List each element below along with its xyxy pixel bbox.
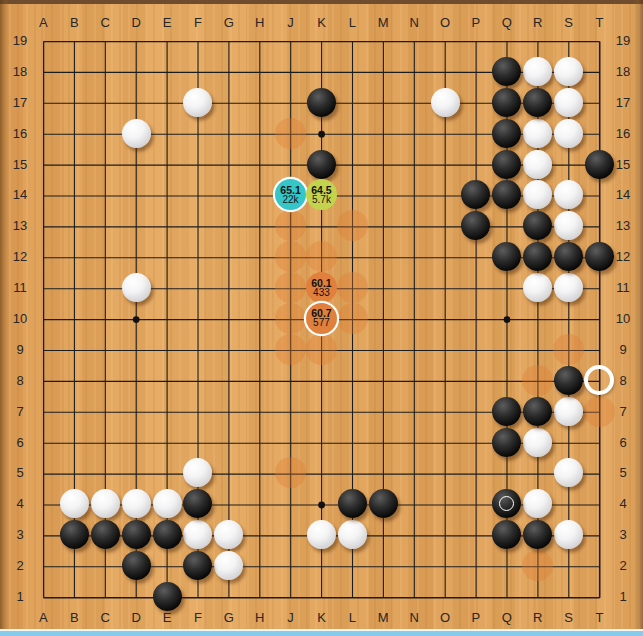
black-stone-glyph <box>492 242 521 271</box>
white-stone-glyph <box>91 489 120 518</box>
white-stone-glyph <box>523 489 552 518</box>
heatmap-circle <box>275 210 306 241</box>
white-stone-glyph <box>554 57 583 86</box>
heatmap-circle <box>275 303 306 334</box>
white-stone-glyph <box>153 489 182 518</box>
black-stone-glyph <box>523 520 552 549</box>
white-stone[interactable] <box>553 56 584 87</box>
heatmap-point[interactable] <box>306 241 337 272</box>
white-stone-glyph <box>183 458 212 487</box>
white-stone-glyph <box>523 57 552 86</box>
white-stone[interactable] <box>553 87 584 118</box>
black-stone[interactable] <box>584 149 615 180</box>
white-stone-glyph <box>338 520 367 549</box>
black-stone[interactable] <box>460 210 491 241</box>
black-stone[interactable] <box>491 427 522 458</box>
black-stone[interactable] <box>491 87 522 118</box>
black-stone-glyph <box>554 242 583 271</box>
bottom-panel-edge <box>0 631 643 636</box>
black-stone[interactable] <box>491 519 522 550</box>
black-stone[interactable] <box>491 56 522 87</box>
white-stone[interactable] <box>182 519 213 550</box>
black-stone-glyph <box>492 428 521 457</box>
heatmap-point[interactable] <box>337 272 368 303</box>
black-stone[interactable] <box>491 118 522 149</box>
white-stone[interactable] <box>152 488 183 519</box>
white-stone[interactable] <box>553 457 584 488</box>
white-stone[interactable] <box>430 87 461 118</box>
white-stone[interactable] <box>121 118 152 149</box>
black-stone[interactable] <box>522 210 553 241</box>
black-stone-glyph <box>585 150 614 179</box>
hint-visits: 22k <box>283 195 299 205</box>
white-stone[interactable] <box>522 118 553 149</box>
white-stone-glyph <box>523 180 552 209</box>
white-stone[interactable] <box>553 210 584 241</box>
white-stone[interactable] <box>522 179 553 210</box>
white-stone[interactable] <box>522 149 553 180</box>
black-stone[interactable] <box>491 179 522 210</box>
white-stone-glyph <box>214 520 243 549</box>
black-stone[interactable] <box>90 519 121 550</box>
black-stone-glyph <box>492 397 521 426</box>
heatmap-point[interactable] <box>306 334 337 365</box>
white-stone-glyph <box>554 211 583 240</box>
black-stone[interactable] <box>491 396 522 427</box>
hint-visits: 577 <box>313 318 330 328</box>
engine-hint-move[interactable]: 60.7 577 <box>306 303 337 334</box>
black-stone[interactable] <box>306 149 337 180</box>
black-stone-glyph <box>153 582 182 611</box>
white-stone-glyph <box>431 88 460 117</box>
black-stone-glyph <box>183 551 212 580</box>
black-stone[interactable] <box>460 179 491 210</box>
black-stone-glyph <box>492 489 521 518</box>
white-stone-glyph <box>523 273 552 302</box>
hint-visits: 433 <box>313 288 330 298</box>
white-stone-glyph <box>214 551 243 580</box>
hint-circle: 64.5 5.7k <box>306 179 337 210</box>
engine-hint-move[interactable]: 65.1 22k <box>275 179 306 210</box>
black-stone-glyph <box>307 150 336 179</box>
hint-visits: 5.7k <box>312 195 331 205</box>
black-stone-glyph <box>492 88 521 117</box>
heatmap-point[interactable] <box>275 334 306 365</box>
white-stone-glyph <box>60 489 89 518</box>
heatmap-point[interactable] <box>275 457 306 488</box>
heatmap-point[interactable] <box>337 210 368 241</box>
white-stone-glyph <box>554 180 583 209</box>
heatmap-point[interactable] <box>275 303 306 334</box>
heatmap-point[interactable] <box>584 396 615 427</box>
black-stone-glyph <box>183 489 212 518</box>
last-move-marker <box>499 496 514 511</box>
white-stone[interactable] <box>337 519 368 550</box>
black-stone-glyph <box>523 242 552 271</box>
board-right-edge <box>634 0 643 636</box>
white-stone[interactable] <box>213 550 244 581</box>
black-stone-glyph <box>461 180 490 209</box>
black-stone-glyph <box>554 366 583 395</box>
black-stone[interactable] <box>584 241 615 272</box>
black-stone[interactable] <box>337 488 368 519</box>
heatmap-circle <box>275 334 306 365</box>
hint-circle: 60.7 577 <box>306 303 337 334</box>
white-stone[interactable] <box>306 519 337 550</box>
heatmap-point[interactable] <box>522 365 553 396</box>
white-stone[interactable] <box>553 118 584 149</box>
heatmap-circle <box>275 457 306 488</box>
black-stone[interactable] <box>152 581 183 612</box>
heatmap-circle <box>553 334 584 365</box>
black-stone[interactable] <box>522 519 553 550</box>
heatmap-circle <box>584 396 615 427</box>
heatmap-circle <box>306 241 337 272</box>
heatmap-point[interactable] <box>275 210 306 241</box>
heatmap-point[interactable] <box>275 241 306 272</box>
black-stone[interactable] <box>152 519 183 550</box>
black-stone-glyph <box>153 520 182 549</box>
window-top-edge <box>0 0 643 4</box>
white-stone[interactable] <box>121 488 152 519</box>
heatmap-circle <box>275 241 306 272</box>
white-stone[interactable] <box>213 519 244 550</box>
white-stone[interactable] <box>522 56 553 87</box>
black-stone[interactable] <box>59 519 90 550</box>
white-stone[interactable] <box>90 488 121 519</box>
black-stone-glyph <box>369 489 398 518</box>
black-stone[interactable] <box>522 396 553 427</box>
black-stone[interactable] <box>491 241 522 272</box>
white-stone-glyph <box>554 88 583 117</box>
black-stone-glyph <box>523 88 552 117</box>
white-stone[interactable] <box>522 488 553 519</box>
black-stone-glyph <box>122 551 151 580</box>
hint-circle: 60.1 433 <box>306 272 337 303</box>
heatmap-circle <box>522 550 553 581</box>
white-stone[interactable] <box>59 488 90 519</box>
black-stone-glyph <box>307 88 336 117</box>
black-stone[interactable] <box>306 87 337 118</box>
white-stone[interactable] <box>553 272 584 303</box>
go-board-window: ABCDEFGHJKLMNOPQRST ABCDEFGHJKLMNOPQRST … <box>0 0 643 636</box>
heatmap-circle <box>306 334 337 365</box>
black-stone[interactable] <box>522 87 553 118</box>
white-stone[interactable] <box>121 272 152 303</box>
white-stone-glyph <box>554 273 583 302</box>
black-stone[interactable] <box>182 550 213 581</box>
white-stone-glyph <box>122 489 151 518</box>
white-stone-glyph <box>122 273 151 302</box>
white-stone[interactable] <box>182 457 213 488</box>
heatmap-circle <box>275 272 306 303</box>
white-stone-glyph <box>523 428 552 457</box>
black-stone[interactable] <box>553 365 584 396</box>
white-stone-glyph <box>554 397 583 426</box>
black-stone-glyph <box>492 150 521 179</box>
white-stone-glyph <box>183 520 212 549</box>
black-stone-glyph <box>523 397 552 426</box>
black-stone-glyph <box>461 211 490 240</box>
white-stone-glyph <box>307 520 336 549</box>
heatmap-circle <box>337 210 368 241</box>
white-stone[interactable] <box>553 519 584 550</box>
heatmap-point[interactable] <box>275 272 306 303</box>
heatmap-point[interactable] <box>337 303 368 334</box>
white-stone[interactable] <box>553 179 584 210</box>
hint-circle: 65.1 22k <box>275 179 306 210</box>
white-stone-glyph <box>554 458 583 487</box>
black-stone-glyph <box>585 242 614 271</box>
white-stone-glyph <box>523 150 552 179</box>
white-stone-glyph <box>554 119 583 148</box>
heatmap-point[interactable] <box>522 550 553 581</box>
black-stone-glyph <box>492 57 521 86</box>
heatmap-circle <box>337 303 368 334</box>
white-stone-glyph <box>183 88 212 117</box>
board-left-edge <box>0 0 9 636</box>
white-stone[interactable] <box>182 87 213 118</box>
heatmap-circle <box>275 118 306 149</box>
black-stone-glyph <box>492 119 521 148</box>
black-stone[interactable] <box>553 241 584 272</box>
black-stone-glyph <box>60 520 89 549</box>
heatmap-circle <box>522 365 553 396</box>
engine-hint-move[interactable]: 60.1 433 <box>306 272 337 303</box>
black-stone[interactable] <box>522 241 553 272</box>
black-stone-glyph <box>122 520 151 549</box>
heatmap-point[interactable] <box>275 118 306 149</box>
white-stone[interactable] <box>522 427 553 458</box>
black-stone-glyph <box>492 180 521 209</box>
black-stone[interactable] <box>491 488 522 519</box>
white-stone[interactable] <box>522 272 553 303</box>
black-stone-glyph <box>91 520 120 549</box>
black-stone[interactable] <box>491 149 522 180</box>
white-stone-glyph <box>122 119 151 148</box>
white-stone-glyph <box>554 520 583 549</box>
black-stone-glyph <box>523 211 552 240</box>
black-stone[interactable] <box>121 519 152 550</box>
white-stone[interactable] <box>553 396 584 427</box>
go-board-grid[interactable]: 65.1 22k 64.5 5.7k 60.1 433 60.7 577 <box>28 25 615 612</box>
white-ring-marker <box>584 365 614 395</box>
white-stone-glyph <box>523 119 552 148</box>
black-stone-glyph <box>338 489 367 518</box>
engine-hint-move[interactable]: 64.5 5.7k <box>306 179 337 210</box>
black-stone[interactable] <box>121 550 152 581</box>
heatmap-circle <box>337 272 368 303</box>
heatmap-point[interactable] <box>553 334 584 365</box>
marked-empty-point[interactable] <box>584 365 615 396</box>
black-stone[interactable] <box>182 488 213 519</box>
black-stone-glyph <box>492 520 521 549</box>
black-stone[interactable] <box>368 488 399 519</box>
